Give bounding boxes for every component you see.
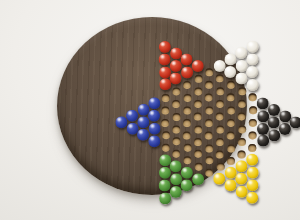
hole-recess [205,81,213,89]
hole-recess [162,144,170,152]
hole-recess [183,157,191,165]
hole-recess [205,69,213,77]
photo-backdrop [0,0,300,220]
hole-recess [238,125,246,133]
hole-recess [216,125,224,133]
game-board [57,17,247,195]
hole-recess [216,88,224,96]
hole-recess [205,169,213,177]
marble-green[interactable] [159,192,171,204]
hole-recess [227,94,235,102]
hole-recess [249,107,257,115]
marble-yellow[interactable] [246,192,258,204]
hole-recess [227,144,235,152]
hole-recess [227,157,235,165]
hole-recess [238,88,246,96]
hole-recess [162,94,170,102]
hole-recess [162,106,170,114]
hole-recess [162,132,170,140]
hole-recess [216,100,224,108]
hole-recess [238,100,246,108]
hole-recess [216,75,224,83]
hole-recess [205,132,213,140]
hole-recess [183,144,191,152]
hole-recess [249,144,257,152]
hole-recess [205,106,213,114]
hole-recess [173,125,181,133]
hole-recess [172,100,180,108]
hole-recess [216,138,224,146]
hole-recess [227,81,235,89]
hole-recess [172,113,180,121]
hole-recess [172,88,180,96]
hole-recess [205,119,213,127]
hole-recess [216,163,224,171]
hole-recess [194,125,202,133]
hole-recess [183,119,191,127]
hole-recess [183,132,191,140]
hole-recess [216,113,224,121]
hole-recess [227,132,235,140]
hole-recess [194,138,202,146]
hole-recess [194,88,202,96]
hole-recess [173,150,181,158]
hole-recess [194,163,202,171]
hole-recess [238,113,246,121]
hole-recess [238,138,246,146]
hole-recess [238,151,246,159]
hole-recess [249,132,257,140]
hole-recess [173,138,181,146]
hole-recess [183,106,191,114]
board-hole[interactable] [244,191,260,207]
hole-recess [194,113,202,121]
hole-recess [183,94,191,102]
hole-recess [194,75,202,83]
hole-recess [194,150,202,158]
hole-recess [183,81,191,89]
hole-recess [227,119,235,127]
hole-recess [205,144,213,152]
hole-grid [92,2,300,220]
hole-recess [205,157,213,165]
hole-recess [227,106,235,114]
hole-recess [194,100,202,108]
hole-recess [216,151,224,159]
hole-recess [205,94,213,102]
hole-recess [162,119,170,127]
hole-recess [249,94,257,102]
hole-recess [249,119,257,127]
